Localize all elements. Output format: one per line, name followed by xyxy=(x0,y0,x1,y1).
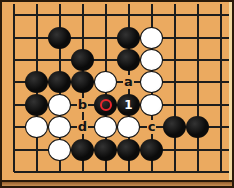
board-point xyxy=(163,94,186,116)
black-stone-glyph xyxy=(71,71,94,93)
board-point xyxy=(163,49,186,71)
red-circle-mark xyxy=(100,99,112,111)
board-point xyxy=(163,138,186,160)
black-stone xyxy=(117,138,140,160)
black-stone-glyph xyxy=(25,94,48,116)
black-stone xyxy=(163,116,186,138)
board-point xyxy=(2,71,25,93)
white-stone xyxy=(117,116,140,138)
black-stone-glyph xyxy=(117,139,140,161)
board-point xyxy=(48,4,71,26)
white-stone xyxy=(94,116,117,138)
black-stone-move-1-glyph: 1 xyxy=(117,94,140,116)
point-label-c: c xyxy=(147,120,157,134)
white-stone-glyph xyxy=(140,94,163,116)
white-stone xyxy=(140,94,163,116)
white-stone xyxy=(140,71,163,93)
black-stone-glyph xyxy=(186,116,209,138)
board-point xyxy=(2,49,25,71)
board-point xyxy=(94,4,117,26)
white-stone xyxy=(140,26,163,48)
board-point xyxy=(186,4,209,26)
black-stone xyxy=(48,71,71,93)
point-label-b: b xyxy=(77,98,88,112)
black-stone-glyph xyxy=(71,139,94,161)
white-stone xyxy=(48,138,71,160)
board-point xyxy=(163,26,186,48)
labeled-point-d: d xyxy=(71,116,94,138)
marked-black-stone-glyph xyxy=(94,94,117,116)
black-stone-glyph xyxy=(94,139,117,161)
marked-black-stone xyxy=(94,94,117,116)
labeled-point-b: b xyxy=(71,94,94,116)
black-stone xyxy=(71,138,94,160)
board-right-highlight xyxy=(229,2,232,186)
white-stone-glyph xyxy=(48,94,71,116)
black-stone xyxy=(117,26,140,48)
white-stone xyxy=(140,49,163,71)
black-stone xyxy=(25,94,48,116)
black-stone-move-1: 1 xyxy=(117,94,140,116)
black-stone-glyph xyxy=(163,116,186,138)
labeled-point-c: c xyxy=(140,116,163,138)
white-stone xyxy=(48,116,71,138)
board-point xyxy=(2,116,25,138)
black-stone xyxy=(186,116,209,138)
white-stone-glyph xyxy=(140,27,163,49)
point-label-a: a xyxy=(123,75,134,89)
black-stone xyxy=(25,71,48,93)
board-point xyxy=(163,4,186,26)
white-stone-glyph xyxy=(94,116,117,138)
white-stone-glyph xyxy=(94,71,117,93)
board-point xyxy=(25,26,48,48)
black-stone xyxy=(48,26,71,48)
black-stone xyxy=(94,138,117,160)
board-point xyxy=(186,94,209,116)
board-point xyxy=(25,138,48,160)
black-stone xyxy=(140,138,163,160)
board-point xyxy=(94,26,117,48)
board-point xyxy=(71,26,94,48)
board-bottom-edge xyxy=(2,180,232,186)
board-point xyxy=(186,26,209,48)
board-point xyxy=(186,138,209,160)
board-point xyxy=(2,94,25,116)
white-stone-glyph xyxy=(117,116,140,138)
board-point xyxy=(94,49,117,71)
move-number: 1 xyxy=(124,99,132,111)
black-stone-glyph xyxy=(48,71,71,93)
go-board: ab1dc xyxy=(2,4,232,183)
point-label-d: d xyxy=(77,120,88,134)
board-point xyxy=(48,49,71,71)
board-point xyxy=(2,4,25,26)
black-stone-glyph xyxy=(140,139,163,161)
board-point xyxy=(2,138,25,160)
white-stone xyxy=(48,94,71,116)
board-point xyxy=(186,71,209,93)
board-point xyxy=(25,49,48,71)
black-stone xyxy=(117,49,140,71)
white-stone-glyph xyxy=(48,139,71,161)
board-point xyxy=(71,4,94,26)
black-stone-glyph xyxy=(48,27,71,49)
black-stone xyxy=(71,71,94,93)
white-stone-glyph xyxy=(48,116,71,138)
black-stone xyxy=(71,49,94,71)
black-stone-glyph xyxy=(25,71,48,93)
board-point xyxy=(25,4,48,26)
white-stone-glyph xyxy=(140,49,163,71)
labeled-point-a: a xyxy=(117,71,140,93)
black-stone-glyph xyxy=(117,27,140,49)
go-diagram: ab1dc xyxy=(0,0,234,188)
board-point xyxy=(186,49,209,71)
white-stone-glyph xyxy=(25,116,48,138)
board-point xyxy=(117,4,140,26)
board-point xyxy=(163,71,186,93)
white-stone-glyph xyxy=(140,71,163,93)
black-stone-glyph xyxy=(117,49,140,71)
white-stone xyxy=(25,116,48,138)
white-stone xyxy=(94,71,117,93)
board-point xyxy=(140,4,163,26)
board-point xyxy=(2,26,25,48)
black-stone-glyph xyxy=(71,49,94,71)
